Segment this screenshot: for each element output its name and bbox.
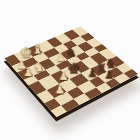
product-photo: ♚♝♟♟♞♟♞♟♚♟♟♜♞♟ <box>0 0 140 140</box>
chess-board: ♚♝♟♟♞♟♞♟♚♟♟♜♞♟ <box>5 26 139 117</box>
